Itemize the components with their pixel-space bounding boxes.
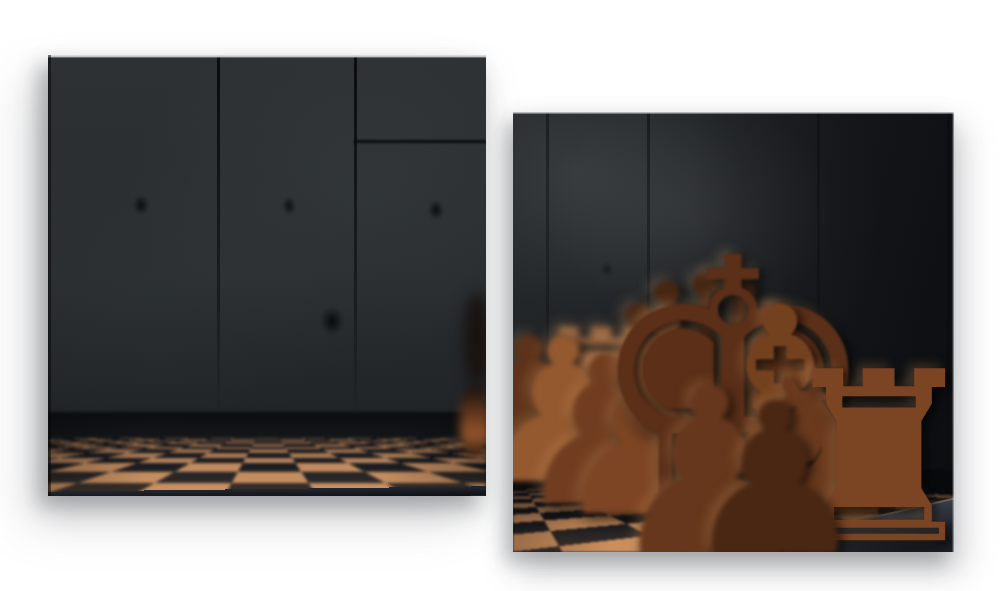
pawn-e-piece[interactable]: ♟ bbox=[681, 376, 869, 552]
wall-art-scene: ♜♟♛♝♟♟♟♚♝♞♜♟♟ bbox=[0, 0, 1000, 591]
blurred-piece-shadow bbox=[464, 293, 486, 385]
pieces-layer: ♜♟♛♝♟♟♟♚♝♞♜♟♟ bbox=[513, 112, 954, 552]
wood-knot bbox=[133, 195, 149, 215]
plank-seam bbox=[354, 55, 357, 412]
plank-joint bbox=[354, 140, 486, 143]
blurred-piece-fragment bbox=[460, 385, 486, 457]
chessboard-left-blurred bbox=[48, 412, 486, 496]
wood-knot bbox=[320, 307, 344, 335]
canvas-top-edge-left bbox=[48, 55, 486, 58]
wood-knot bbox=[282, 197, 296, 215]
canvas-top-edge-right bbox=[513, 112, 954, 114]
wood-knot bbox=[428, 200, 444, 220]
canvas-side-edge-right bbox=[952, 112, 954, 552]
plank-seam bbox=[217, 55, 220, 412]
right-art-panel: ♜♟♛♝♟♟♟♚♝♞♜♟♟ bbox=[513, 112, 954, 552]
canvas-side-edge-left bbox=[48, 55, 51, 496]
left-art-panel bbox=[48, 55, 486, 496]
